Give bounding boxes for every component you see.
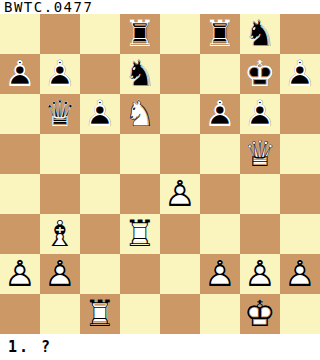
piece-black-pawn[interactable]: ♟♙ [40,54,80,94]
square-c8[interactable] [80,14,120,54]
piece-white-pawn[interactable]: ♟♙ [40,254,80,294]
pawn-glyph-outline: ♙ [280,254,320,294]
square-b4[interactable] [40,174,80,214]
square-b6[interactable]: ♛♕ [40,94,80,134]
square-e3[interactable] [160,214,200,254]
piece-black-knight[interactable]: ♞♘ [240,14,280,54]
square-d2[interactable] [120,254,160,294]
pawn-glyph-fill: ♟ [160,174,200,214]
puzzle-id-label: BWTC.0477 [0,0,320,14]
knight-glyph-outline: ♘ [120,54,160,94]
square-h3[interactable] [280,214,320,254]
king-glyph-outline: ♔ [240,294,280,334]
square-d3[interactable]: ♜♖ [120,214,160,254]
pawn-glyph-outline: ♙ [160,174,200,214]
piece-white-pawn[interactable]: ♟♙ [0,254,40,294]
king-glyph-fill: ♚ [240,54,280,94]
bishop-glyph-fill: ♝ [40,214,80,254]
square-a4[interactable] [0,174,40,214]
piece-white-bishop[interactable]: ♝♗ [40,214,80,254]
piece-black-queen[interactable]: ♛♕ [40,94,80,134]
square-c1[interactable]: ♜♖ [80,294,120,334]
square-a6[interactable] [0,94,40,134]
piece-black-knight[interactable]: ♞♘ [120,54,160,94]
pawn-glyph-outline: ♙ [40,254,80,294]
square-c3[interactable] [80,214,120,254]
square-b2[interactable]: ♟♙ [40,254,80,294]
square-e6[interactable] [160,94,200,134]
square-h8[interactable] [280,14,320,54]
square-c2[interactable] [80,254,120,294]
square-e1[interactable] [160,294,200,334]
piece-white-pawn[interactable]: ♟♙ [200,254,240,294]
piece-black-rook[interactable]: ♜♖ [120,14,160,54]
piece-black-king[interactable]: ♚♔ [240,54,280,94]
piece-black-pawn[interactable]: ♟♙ [200,94,240,134]
piece-white-rook[interactable]: ♜♖ [120,214,160,254]
square-g8[interactable]: ♞♘ [240,14,280,54]
square-c7[interactable] [80,54,120,94]
queen-glyph-outline: ♕ [40,94,80,134]
pawn-glyph-fill: ♟ [0,54,40,94]
piece-white-rook[interactable]: ♜♖ [80,294,120,334]
piece-white-knight[interactable]: ♞♘ [120,94,160,134]
square-e2[interactable] [160,254,200,294]
rook-glyph-outline: ♖ [120,14,160,54]
king-glyph-outline: ♔ [240,54,280,94]
square-e4[interactable]: ♟♙ [160,174,200,214]
pawn-glyph-fill: ♟ [80,94,120,134]
pawn-glyph-fill: ♟ [200,254,240,294]
king-glyph-fill: ♚ [240,294,280,334]
square-f6[interactable]: ♟♙ [200,94,240,134]
piece-black-pawn[interactable]: ♟♙ [0,54,40,94]
pawn-glyph-outline: ♙ [80,94,120,134]
rook-glyph-outline: ♖ [200,14,240,54]
piece-black-rook[interactable]: ♜♖ [200,14,240,54]
square-b5[interactable] [40,134,80,174]
square-f3[interactable] [200,214,240,254]
square-g2[interactable]: ♟♙ [240,254,280,294]
square-g4[interactable] [240,174,280,214]
pawn-glyph-fill: ♟ [240,254,280,294]
square-b1[interactable] [40,294,80,334]
bishop-glyph-outline: ♗ [40,214,80,254]
queen-glyph-fill: ♛ [240,134,280,174]
pawn-glyph-fill: ♟ [200,94,240,134]
pawn-glyph-outline: ♙ [200,94,240,134]
pawn-glyph-fill: ♟ [240,94,280,134]
square-e5[interactable] [160,134,200,174]
pawn-glyph-outline: ♙ [280,54,320,94]
pawn-glyph-fill: ♟ [40,254,80,294]
square-c5[interactable] [80,134,120,174]
square-a8[interactable] [0,14,40,54]
square-b3[interactable]: ♝♗ [40,214,80,254]
knight-glyph-fill: ♞ [120,54,160,94]
piece-white-pawn[interactable]: ♟♙ [160,174,200,214]
square-b7[interactable]: ♟♙ [40,54,80,94]
square-d7[interactable]: ♞♘ [120,54,160,94]
square-a2[interactable]: ♟♙ [0,254,40,294]
square-a1[interactable] [0,294,40,334]
knight-glyph-fill: ♞ [240,14,280,54]
square-f2[interactable]: ♟♙ [200,254,240,294]
square-h5[interactable] [280,134,320,174]
rook-glyph-fill: ♜ [120,214,160,254]
pawn-glyph-outline: ♙ [0,254,40,294]
square-c4[interactable] [80,174,120,214]
pawn-glyph-outline: ♙ [40,54,80,94]
piece-white-king[interactable]: ♚♔ [240,294,280,334]
square-a3[interactable] [0,214,40,254]
square-f8[interactable]: ♜♖ [200,14,240,54]
pawn-glyph-outline: ♙ [0,54,40,94]
square-g7[interactable]: ♚♔ [240,54,280,94]
square-d4[interactable] [120,174,160,214]
piece-black-pawn[interactable]: ♟♙ [280,54,320,94]
knight-glyph-outline: ♘ [240,14,280,54]
move-prompt-label: 1. ? [0,334,320,360]
square-f4[interactable] [200,174,240,214]
square-d1[interactable] [120,294,160,334]
piece-white-pawn[interactable]: ♟♙ [280,254,320,294]
piece-white-queen[interactable]: ♛♕ [240,134,280,174]
rook-glyph-outline: ♖ [80,294,120,334]
square-f5[interactable] [200,134,240,174]
rook-glyph-fill: ♜ [200,14,240,54]
knight-glyph-fill: ♞ [120,94,160,134]
pawn-glyph-outline: ♙ [240,94,280,134]
square-f1[interactable] [200,294,240,334]
square-a5[interactable] [0,134,40,174]
square-e7[interactable] [160,54,200,94]
queen-glyph-outline: ♕ [240,134,280,174]
chess-puzzle-window: BWTC.0477 ♜♖♜♖♞♘♟♙♟♙♞♘♚♔♟♙♛♕♟♙♞♘♟♙♟♙♛♕♟♙… [0,0,320,360]
pawn-glyph-fill: ♟ [40,54,80,94]
square-c6[interactable]: ♟♙ [80,94,120,134]
square-a7[interactable]: ♟♙ [0,54,40,94]
square-g5[interactable]: ♛♕ [240,134,280,174]
pawn-glyph-fill: ♟ [0,254,40,294]
square-g6[interactable]: ♟♙ [240,94,280,134]
pawn-glyph-fill: ♟ [280,254,320,294]
pawn-glyph-outline: ♙ [240,254,280,294]
square-h2[interactable]: ♟♙ [280,254,320,294]
chess-board: ♜♖♜♖♞♘♟♙♟♙♞♘♚♔♟♙♛♕♟♙♞♘♟♙♟♙♛♕♟♙♝♗♜♖♟♙♟♙♟♙… [0,14,320,334]
piece-black-pawn[interactable]: ♟♙ [80,94,120,134]
rook-glyph-fill: ♜ [120,14,160,54]
queen-glyph-fill: ♛ [40,94,80,134]
rook-glyph-outline: ♖ [120,214,160,254]
square-h4[interactable] [280,174,320,214]
piece-white-pawn[interactable]: ♟♙ [240,254,280,294]
piece-black-pawn[interactable]: ♟♙ [240,94,280,134]
square-d6[interactable]: ♞♘ [120,94,160,134]
square-b8[interactable] [40,14,80,54]
square-d8[interactable]: ♜♖ [120,14,160,54]
square-g1[interactable]: ♚♔ [240,294,280,334]
square-d5[interactable] [120,134,160,174]
rook-glyph-fill: ♜ [80,294,120,334]
square-f7[interactable] [200,54,240,94]
square-h6[interactable] [280,94,320,134]
knight-glyph-outline: ♘ [120,94,160,134]
square-h7[interactable]: ♟♙ [280,54,320,94]
square-h1[interactable] [280,294,320,334]
square-g3[interactable] [240,214,280,254]
pawn-glyph-outline: ♙ [200,254,240,294]
pawn-glyph-fill: ♟ [280,54,320,94]
square-e8[interactable] [160,14,200,54]
